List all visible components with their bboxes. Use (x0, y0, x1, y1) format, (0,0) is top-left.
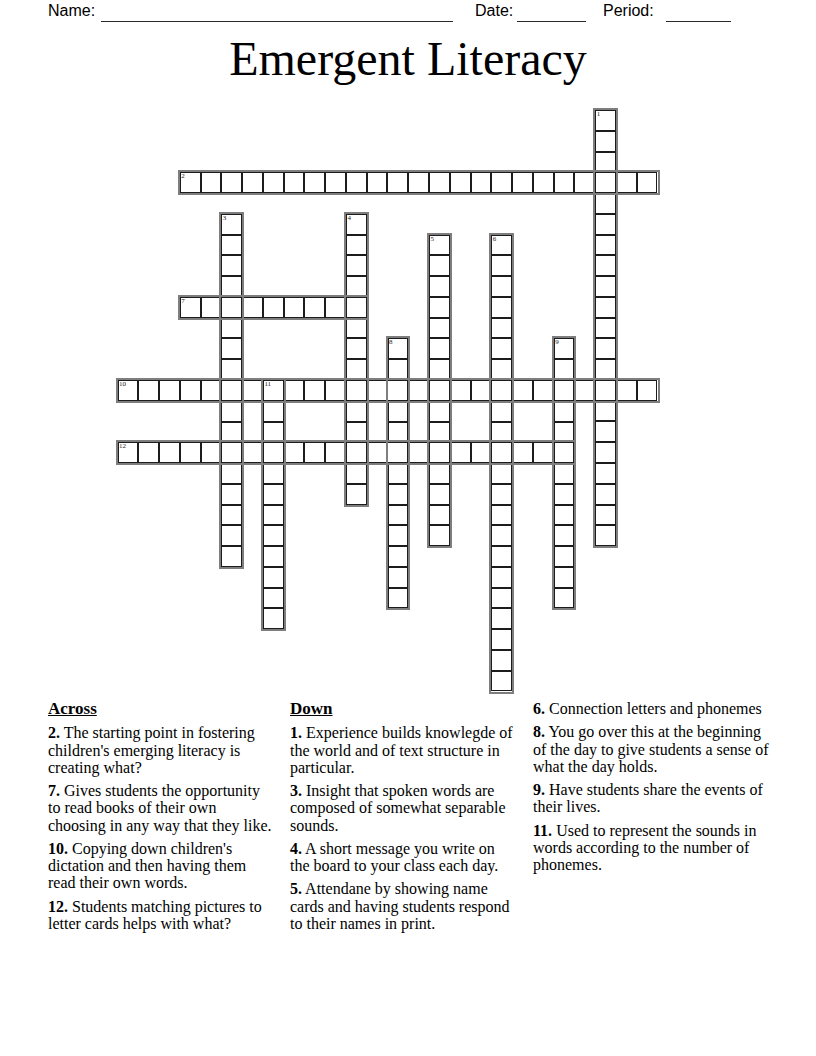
cell-number-10: 10 (119, 381, 126, 388)
cell-number-11: 11 (264, 381, 271, 388)
cell-number-6: 6 (493, 236, 497, 243)
grid-cell-9-6[interactable] (242, 297, 263, 318)
grid-cell-3-10[interactable] (325, 172, 346, 193)
clue-7: 7. Gives students the opportunity to rea… (48, 782, 274, 834)
clue-number-label: 10. (48, 840, 68, 857)
grid-cell-13-14[interactable] (408, 380, 429, 401)
grid-cell-9-7[interactable] (263, 297, 284, 318)
grid-cell-3-4[interactable] (201, 172, 222, 193)
grid-cell-7-11[interactable] (346, 255, 367, 276)
grid-cell-13-25[interactable] (637, 380, 658, 401)
grid-cell-17-18[interactable] (491, 463, 512, 484)
grid-cell-16-3[interactable] (180, 442, 201, 463)
clue-number-label: 3. (290, 782, 302, 799)
grid-cell-21-5[interactable] (221, 546, 242, 567)
grid-cell-7-15[interactable] (429, 255, 450, 276)
grid-cell-11-18[interactable] (491, 338, 512, 359)
grid-cell-12-13[interactable] (388, 359, 409, 380)
grid-cell-16-14[interactable] (408, 442, 429, 463)
grid-cell-3-22[interactable] (574, 172, 595, 193)
grid-cell-13-10[interactable] (325, 380, 346, 401)
grid-cell-3-19[interactable] (512, 172, 533, 193)
grid-cell-24-7[interactable] (263, 608, 284, 629)
grid-cell-18-5[interactable] (221, 484, 242, 505)
clue-6: 6. Connection letters and phonemes (533, 700, 773, 717)
word-11-down (263, 380, 284, 629)
grid-cell-17-15[interactable] (429, 463, 450, 484)
grid-cell-16-12[interactable] (367, 442, 388, 463)
grid-cell-12-23[interactable] (595, 359, 616, 380)
grid-cell-3-6[interactable] (242, 172, 263, 193)
grid-cell-18-23[interactable] (595, 484, 616, 505)
grid-cell-13-9[interactable] (304, 380, 325, 401)
grid-cell-18-7[interactable] (263, 484, 284, 505)
grid-cell-17-23[interactable] (595, 463, 616, 484)
grid-cell-13-11[interactable] (346, 380, 367, 401)
cell-number-8: 8 (389, 339, 393, 346)
grid-cell-15-15[interactable] (429, 422, 450, 443)
grid-cell-22-7[interactable] (263, 567, 284, 588)
grid-cell-13-22[interactable] (574, 380, 595, 401)
grid-cell-16-6[interactable] (242, 442, 263, 463)
grid-cell-21-13[interactable] (388, 546, 409, 567)
grid-cell-3-21[interactable] (554, 172, 575, 193)
grid-cell-18-21[interactable] (554, 484, 575, 505)
grid-cell-9-15[interactable] (429, 297, 450, 318)
across-clues-column: Across 2. The starting point in fosterin… (48, 700, 274, 938)
grid-cell-3-16[interactable] (450, 172, 471, 193)
grid-cell-3-5[interactable] (221, 172, 242, 193)
grid-cell-26-18[interactable] (491, 650, 512, 671)
clue-number-label: 9. (533, 781, 545, 798)
clue-number-label: 6. (533, 700, 545, 717)
grid-cell-15-18[interactable] (491, 422, 512, 443)
grid-cell-7-5[interactable] (221, 255, 242, 276)
grid-cell-21-21[interactable] (554, 546, 575, 567)
grid-cell-4-23[interactable] (595, 193, 616, 214)
down-clue-list-2: 6. Connection letters and phonemes8. You… (533, 700, 773, 873)
grid-cell-13-23[interactable] (595, 380, 616, 401)
grid-cell-14-18[interactable] (491, 401, 512, 422)
grid-cell-15-21[interactable] (554, 422, 575, 443)
grid-cell-19-18[interactable] (491, 505, 512, 526)
grid-cell-21-7[interactable] (263, 546, 284, 567)
grid-cell-9-8[interactable] (284, 297, 305, 318)
crossword-board: 123456789101112 (0, 0, 816, 700)
clue-9: 9. Have students share the events of the… (533, 781, 773, 816)
grid-cell-13-8[interactable] (284, 380, 305, 401)
grid-cell-12-5[interactable] (221, 359, 242, 380)
grid-cell-15-11[interactable] (346, 422, 367, 443)
grid-cell-16-5[interactable] (221, 442, 242, 463)
grid-cell-11-11[interactable] (346, 338, 367, 359)
grid-cell-24-18[interactable] (491, 608, 512, 629)
grid-cell-3-24[interactable] (616, 172, 637, 193)
grid-cell-3-13[interactable] (387, 172, 408, 193)
grid-cell-19-13[interactable] (388, 505, 409, 526)
grid-cell-27-18[interactable] (491, 671, 512, 692)
grid-cell-19-23[interactable] (595, 505, 616, 526)
clue-number-label: 2. (48, 724, 60, 741)
clue-4: 4. A short message you write on the boar… (290, 840, 516, 875)
grid-cell-14-21[interactable] (554, 401, 575, 422)
grid-cell-13-20[interactable] (533, 380, 554, 401)
grid-cell-3-18[interactable] (491, 172, 512, 193)
grid-cell-16-7[interactable] (263, 442, 284, 463)
clue-2: 2. The starting point in fostering child… (48, 724, 274, 776)
grid-cell-3-25[interactable] (637, 172, 658, 193)
grid-cell-20-23[interactable] (595, 525, 616, 546)
grid-cell-8-23[interactable] (595, 276, 616, 297)
grid-cell-20-21[interactable] (554, 525, 575, 546)
cell-number-2: 2 (181, 173, 185, 180)
cell-number-9: 9 (555, 339, 559, 346)
grid-cell-8-18[interactable] (491, 276, 512, 297)
grid-cell-19-5[interactable] (221, 505, 242, 526)
across-header: Across (48, 700, 274, 718)
grid-cell-20-7[interactable] (263, 525, 284, 546)
grid-cell-7-18[interactable] (491, 255, 512, 276)
grid-cell-11-23[interactable] (595, 338, 616, 359)
clue-number-label: 5. (290, 880, 302, 897)
grid-cell-13-3[interactable] (180, 380, 201, 401)
grid-cell-17-13[interactable] (388, 463, 409, 484)
down-clue-list-1: 1. Experience builds knowlegde of the wo… (290, 724, 516, 932)
grid-cell-16-20[interactable] (533, 442, 554, 463)
grid-cell-16-9[interactable] (304, 442, 325, 463)
grid-cell-15-13[interactable] (388, 422, 409, 443)
grid-cell-3-9[interactable] (304, 172, 325, 193)
grid-cell-10-15[interactable] (429, 318, 450, 339)
grid-cell-13-21[interactable] (554, 380, 575, 401)
grid-cell-18-11[interactable] (346, 484, 367, 505)
grid-cell-20-15[interactable] (429, 525, 450, 546)
grid-cell-6-23[interactable] (595, 235, 616, 256)
grid-cell-13-15[interactable] (429, 380, 450, 401)
grid-cell-2-23[interactable] (595, 152, 616, 173)
grid-cell-16-8[interactable] (284, 442, 305, 463)
grid-cell-16-11[interactable] (346, 442, 367, 463)
grid-cell-14-5[interactable] (221, 401, 242, 422)
grid-cell-18-18[interactable] (491, 484, 512, 505)
grid-cell-14-23[interactable] (595, 401, 616, 422)
grid-cell-12-11[interactable] (346, 359, 367, 380)
grid-cell-9-10[interactable] (325, 297, 346, 318)
grid-cell-18-15[interactable] (429, 484, 450, 505)
grid-cell-13-13[interactable] (387, 380, 408, 401)
grid-cell-1-23[interactable] (595, 131, 616, 152)
grid-cell-16-15[interactable] (429, 442, 450, 463)
grid-cell-3-7[interactable] (263, 172, 284, 193)
cell-number-1: 1 (597, 111, 601, 118)
cell-number-12: 12 (119, 443, 126, 450)
grid-cell-9-18[interactable] (491, 297, 512, 318)
cell-number-3: 3 (223, 215, 227, 222)
grid-cell-19-15[interactable] (429, 505, 450, 526)
grid-cell-8-15[interactable] (429, 276, 450, 297)
grid-cell-10-5[interactable] (221, 318, 242, 339)
grid-cell-11-5[interactable] (221, 338, 242, 359)
grid-cell-16-1[interactable] (138, 442, 159, 463)
grid-cell-17-21[interactable] (554, 463, 575, 484)
clue-number-label: 4. (290, 840, 302, 857)
grid-cell-8-11[interactable] (346, 276, 367, 297)
grid-cell-16-10[interactable] (325, 442, 346, 463)
grid-cell-12-18[interactable] (491, 359, 512, 380)
grid-cell-14-15[interactable] (429, 401, 450, 422)
grid-cell-8-5[interactable] (221, 276, 242, 297)
clue-8: 8. You go over this at the beginning of … (533, 723, 773, 775)
grid-cell-16-4[interactable] (201, 442, 222, 463)
grid-cell-13-6[interactable] (242, 380, 263, 401)
grid-cell-10-11[interactable] (346, 318, 367, 339)
grid-cell-12-15[interactable] (429, 359, 450, 380)
grid-cell-16-18[interactable] (491, 442, 512, 463)
worksheet-page: Name: Date: Period: Emergent Literacy 12… (0, 0, 816, 1056)
grid-cell-23-21[interactable] (554, 588, 575, 609)
across-clue-list: 2. The starting point in fostering child… (48, 724, 274, 932)
grid-cell-13-4[interactable] (201, 380, 222, 401)
word-12-across (118, 442, 575, 463)
grid-cell-15-23[interactable] (595, 421, 616, 442)
grid-cell-23-13[interactable] (388, 588, 409, 609)
grid-cell-5-23[interactable] (595, 214, 616, 235)
grid-cell-20-5[interactable] (221, 525, 242, 546)
grid-cell-13-24[interactable] (616, 380, 637, 401)
grid-cell-13-16[interactable] (450, 380, 471, 401)
grid-cell-9-5[interactable] (221, 297, 242, 318)
grid-cell-13-2[interactable] (159, 380, 180, 401)
grid-cell-3-11[interactable] (346, 172, 367, 193)
word-9-down (554, 338, 575, 608)
grid-cell-25-18[interactable] (491, 629, 512, 650)
grid-cell-9-9[interactable] (304, 297, 325, 318)
clue-number-label: 1. (290, 724, 302, 741)
grid-cell-20-18[interactable] (491, 525, 512, 546)
grid-cell-13-12[interactable] (367, 380, 388, 401)
grid-cell-16-19[interactable] (512, 442, 533, 463)
clue-3: 3. Insight that spoken words are compose… (290, 782, 516, 834)
grid-cell-18-13[interactable] (388, 484, 409, 505)
cell-number-7: 7 (181, 298, 185, 305)
grid-cell-17-5[interactable] (221, 463, 242, 484)
grid-cell-9-23[interactable] (595, 297, 616, 318)
word-10-across (118, 380, 658, 401)
grid-cell-10-23[interactable] (595, 318, 616, 339)
clue-5: 5. Attendane by showing name cards and h… (290, 880, 516, 932)
word-2-across (180, 172, 658, 193)
down-clues-column-2: 6. Connection letters and phonemes8. You… (533, 700, 773, 879)
grid-cell-11-15[interactable] (429, 338, 450, 359)
grid-cell-20-13[interactable] (388, 525, 409, 546)
clue-number-label: 12. (48, 898, 68, 915)
grid-cell-3-14[interactable] (408, 172, 429, 193)
grid-cell-3-17[interactable] (471, 172, 492, 193)
grid-cell-21-18[interactable] (491, 546, 512, 567)
grid-cell-14-11[interactable] (346, 401, 367, 422)
grid-cell-16-17[interactable] (471, 442, 492, 463)
grid-cell-14-13[interactable] (388, 401, 409, 422)
down-header: Down (290, 700, 516, 718)
grid-cell-22-18[interactable] (491, 567, 512, 588)
grid-cell-17-11[interactable] (346, 463, 367, 484)
down-clues-column-1: Down 1. Experience builds knowlegde of t… (290, 700, 516, 938)
clue-10: 10. Copying down children's dictation an… (48, 840, 274, 892)
grid-cell-14-7[interactable] (263, 401, 284, 422)
grid-cell-23-18[interactable] (491, 588, 512, 609)
grid-cell-16-23[interactable] (595, 442, 616, 463)
grid-cell-16-2[interactable] (159, 442, 180, 463)
grid-cell-6-11[interactable] (346, 235, 367, 256)
cell-number-4: 4 (347, 215, 351, 222)
grid-cell-22-21[interactable] (554, 567, 575, 588)
grid-cell-9-4[interactable] (201, 297, 222, 318)
grid-cell-3-12[interactable] (367, 172, 388, 193)
clue-11: 11. Used to represent the sounds in word… (533, 822, 773, 874)
clue-number-label: 7. (48, 782, 60, 799)
grid-cell-19-7[interactable] (263, 505, 284, 526)
grid-cell-16-21[interactable] (554, 442, 575, 463)
grid-cell-13-18[interactable] (491, 380, 512, 401)
grid-cell-13-19[interactable] (512, 380, 533, 401)
word-8-down (388, 338, 409, 608)
grid-cell-3-20[interactable] (533, 172, 554, 193)
clue-number-label: 8. (533, 723, 545, 740)
grid-cell-6-5[interactable] (221, 235, 242, 256)
grid-cell-9-11[interactable] (346, 297, 367, 318)
grid-cell-23-7[interactable] (263, 588, 284, 609)
grid-cell-12-21[interactable] (554, 359, 575, 380)
grid-cell-13-17[interactable] (471, 380, 492, 401)
grid-cell-16-16[interactable] (450, 442, 471, 463)
grid-cell-15-7[interactable] (263, 422, 284, 443)
grid-cell-3-8[interactable] (284, 172, 305, 193)
grid-cell-22-13[interactable] (388, 567, 409, 588)
grid-cell-3-15[interactable] (429, 172, 450, 193)
grid-cell-16-13[interactable] (387, 442, 408, 463)
grid-cell-7-23[interactable] (595, 255, 616, 276)
word-7-across (180, 297, 367, 318)
cell-number-5: 5 (431, 236, 435, 243)
grid-cell-10-18[interactable] (491, 318, 512, 339)
clue-1: 1. Experience builds knowlegde of the wo… (290, 724, 516, 776)
clue-12: 12. Students matching pictures to letter… (48, 898, 274, 933)
grid-cell-13-1[interactable] (138, 380, 159, 401)
clue-number-label: 11. (533, 822, 552, 839)
grid-cell-15-5[interactable] (221, 422, 242, 443)
grid-cell-3-23[interactable] (595, 172, 616, 193)
grid-cell-19-21[interactable] (554, 505, 575, 526)
grid-cell-13-5[interactable] (221, 380, 242, 401)
grid-cell-17-7[interactable] (263, 463, 284, 484)
